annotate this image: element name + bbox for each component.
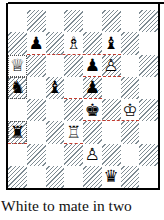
white-pawn-piece: ♟♙ <box>83 144 102 166</box>
square-b6[interactable] <box>27 55 46 77</box>
square-h2[interactable] <box>139 144 158 166</box>
square-f5[interactable] <box>102 77 121 99</box>
piece-glyph: ♛ <box>104 168 119 185</box>
square-d4[interactable] <box>64 99 83 121</box>
square-f6[interactable]: ♟♙ <box>102 55 121 77</box>
square-f7[interactable]: ♝ <box>102 32 121 54</box>
square-g6[interactable] <box>121 55 140 77</box>
piece-glyph: ♙ <box>85 146 100 163</box>
square-c1[interactable] <box>46 166 65 188</box>
piece-glyph: ♟ <box>29 35 44 52</box>
black-pawn-piece: ♟ <box>83 55 102 77</box>
puzzle-caption: White to mate in two <box>1 197 163 215</box>
square-g8[interactable] <box>121 10 140 32</box>
square-e6[interactable]: ♟ <box>83 55 102 77</box>
square-a3[interactable]: ♜ <box>8 121 27 143</box>
red-dash-annotation <box>83 76 121 77</box>
square-d1[interactable] <box>64 166 83 188</box>
square-d8[interactable] <box>64 10 83 32</box>
square-d3[interactable]: ♜♖ <box>64 121 83 143</box>
red-dash-annotation <box>8 143 27 144</box>
square-b7[interactable]: ♟ <box>27 32 46 54</box>
square-c3[interactable] <box>46 121 65 143</box>
square-h6[interactable] <box>139 55 158 77</box>
square-b4[interactable] <box>27 99 46 121</box>
square-a1[interactable] <box>8 166 27 188</box>
square-g7[interactable] <box>121 32 140 54</box>
square-f3[interactable] <box>102 121 121 143</box>
piece-glyph: ♟ <box>85 79 100 96</box>
square-h4[interactable] <box>139 99 158 121</box>
square-c7[interactable] <box>46 32 65 54</box>
square-d2[interactable] <box>64 144 83 166</box>
square-c2[interactable] <box>46 144 65 166</box>
white-bishop-piece: ♝♗ <box>64 32 83 54</box>
black-pawn-piece: ♟ <box>27 32 46 54</box>
square-c6[interactable] <box>46 55 65 77</box>
red-dash-annotation <box>64 143 83 144</box>
piece-glyph: ♝ <box>104 35 119 52</box>
black-knight-piece: ♞ <box>8 77 27 99</box>
square-f8[interactable] <box>102 10 121 32</box>
red-dash-annotation <box>64 98 102 99</box>
square-b3[interactable] <box>27 121 46 143</box>
square-e3[interactable] <box>83 121 102 143</box>
square-a7[interactable] <box>8 32 27 54</box>
chess-board: ♟♝♗♝♛♕♟♟♙♞♝♟♚♚♔♜♜♖♟♙♛ <box>8 10 158 188</box>
square-a2[interactable] <box>8 144 27 166</box>
square-d7[interactable]: ♝♗ <box>64 32 83 54</box>
black-pawn-piece: ♟ <box>83 77 102 99</box>
black-rook-piece: ♜ <box>8 121 27 143</box>
square-c5[interactable]: ♝ <box>46 77 65 99</box>
square-a8[interactable] <box>8 10 27 32</box>
square-b1[interactable] <box>27 166 46 188</box>
square-h7[interactable] <box>139 32 158 54</box>
square-g1[interactable] <box>121 166 140 188</box>
white-rook-piece: ♜♖ <box>64 121 83 143</box>
square-a6[interactable]: ♛♕ <box>8 55 27 77</box>
square-g5[interactable] <box>121 77 140 99</box>
square-g4[interactable]: ♚♔ <box>121 99 140 121</box>
square-d6[interactable] <box>64 55 83 77</box>
square-e7[interactable] <box>83 32 102 54</box>
square-g3[interactable] <box>121 121 140 143</box>
square-f1[interactable]: ♛ <box>102 166 121 188</box>
piece-glyph: ♝ <box>47 79 62 96</box>
piece-glyph: ♞ <box>10 79 25 96</box>
piece-glyph: ♔ <box>122 102 137 119</box>
black-bishop-piece: ♝ <box>102 32 121 54</box>
square-b5[interactable] <box>27 77 46 99</box>
piece-glyph: ♚ <box>85 102 100 119</box>
square-d5[interactable] <box>64 77 83 99</box>
square-b8[interactable] <box>27 10 46 32</box>
red-dash-annotation <box>27 54 121 55</box>
square-a5[interactable]: ♞ <box>8 77 27 99</box>
square-e8[interactable] <box>83 10 102 32</box>
square-c4[interactable] <box>46 99 65 121</box>
white-king-piece: ♚♔ <box>121 99 140 121</box>
square-h3[interactable] <box>139 121 158 143</box>
square-c8[interactable] <box>46 10 65 32</box>
piece-glyph: ♗ <box>66 35 81 52</box>
white-pawn-piece: ♟♙ <box>102 55 121 77</box>
square-f4[interactable] <box>102 99 121 121</box>
square-e4[interactable]: ♚ <box>83 99 102 121</box>
piece-glyph: ♜ <box>10 124 25 141</box>
square-e1[interactable] <box>83 166 102 188</box>
square-e2[interactable]: ♟♙ <box>83 144 102 166</box>
black-bishop-piece: ♝ <box>46 77 65 99</box>
piece-glyph: ♟ <box>85 57 100 74</box>
square-g2[interactable] <box>121 144 140 166</box>
piece-glyph: ♖ <box>66 124 81 141</box>
square-e5[interactable]: ♟ <box>83 77 102 99</box>
square-a4[interactable] <box>8 99 27 121</box>
piece-glyph: ♙ <box>104 57 119 74</box>
square-h1[interactable] <box>139 166 158 188</box>
piece-glyph: ♕ <box>10 57 25 74</box>
red-dash-annotation <box>83 120 139 121</box>
white-queen-piece: ♛♕ <box>8 55 27 77</box>
square-h8[interactable] <box>139 10 158 32</box>
black-queen-piece: ♛ <box>102 166 121 188</box>
black-king-piece: ♚ <box>83 99 102 121</box>
square-h5[interactable] <box>139 77 158 99</box>
square-b2[interactable] <box>27 144 46 166</box>
square-f2[interactable] <box>102 144 121 166</box>
